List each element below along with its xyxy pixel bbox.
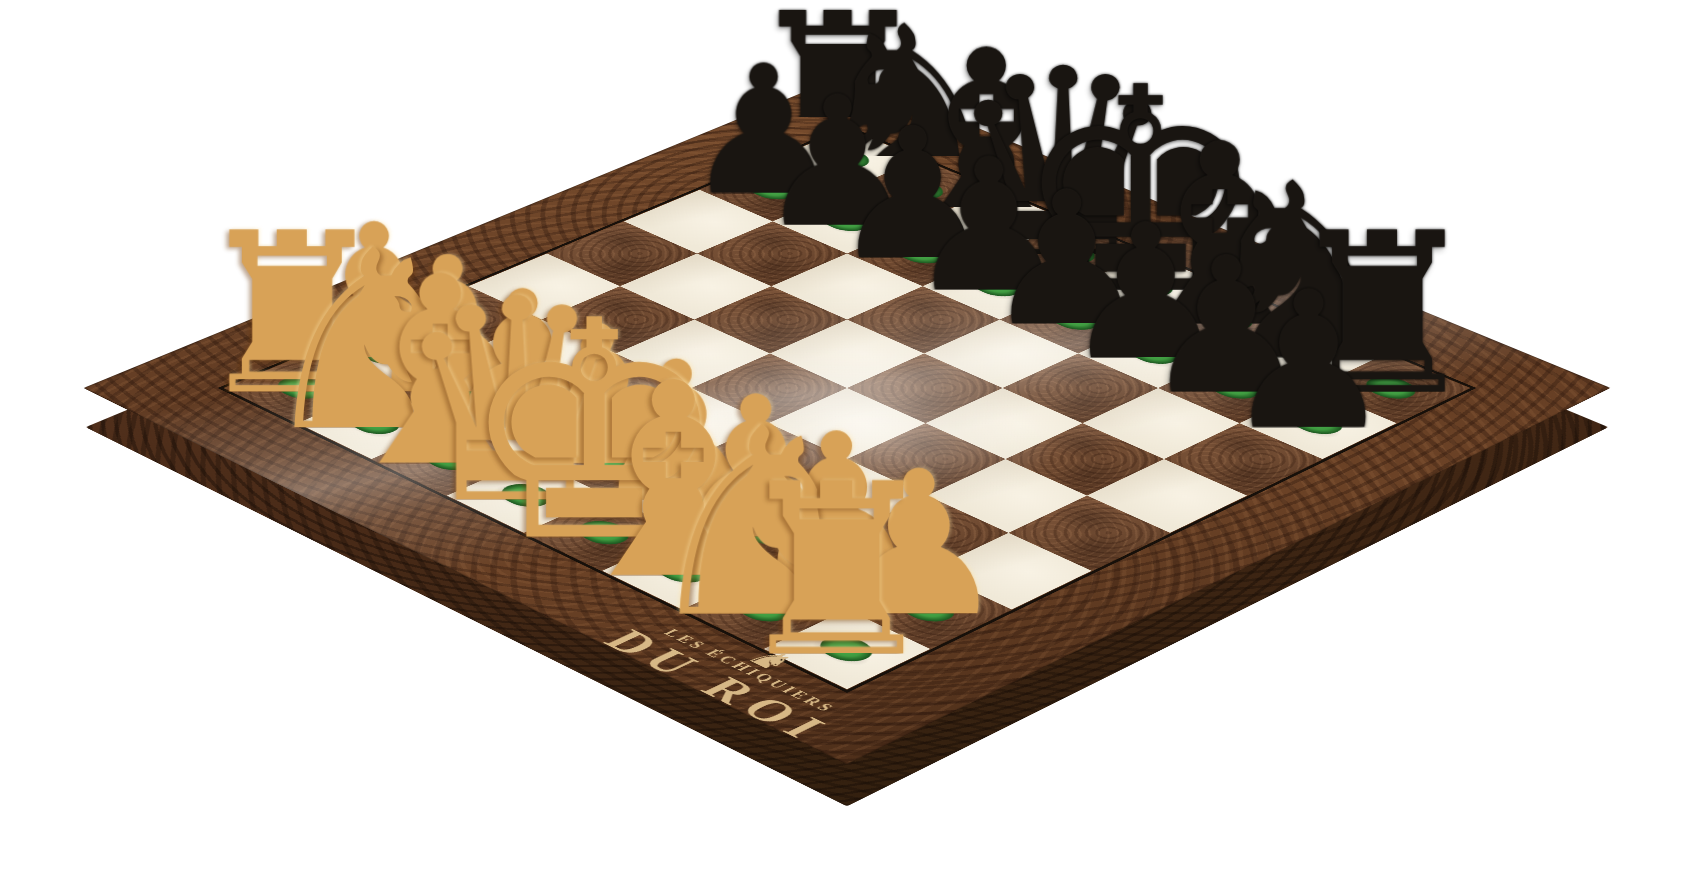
perspective-container: ♞ LES ÉCHIQUIERS DU ROI ♜♞♝♛♚♝♞♜♟♟♟♟♟♟♟♟… xyxy=(0,0,1695,872)
piece-white-rook-h1: ♜ xyxy=(697,416,975,654)
chess-set-product-photo: ♞ LES ÉCHIQUIERS DU ROI ♜♞♝♛♚♝♞♜♟♟♟♟♟♟♟♟… xyxy=(0,0,1695,872)
piece-black-pawn-h7: ♟ xyxy=(1177,238,1440,428)
chess-board: ♞ LES ÉCHIQUIERS DU ROI ♜♞♝♛♚♝♞♜♟♟♟♟♟♟♟♟… xyxy=(83,74,1610,764)
square-h5 xyxy=(1087,459,1247,533)
